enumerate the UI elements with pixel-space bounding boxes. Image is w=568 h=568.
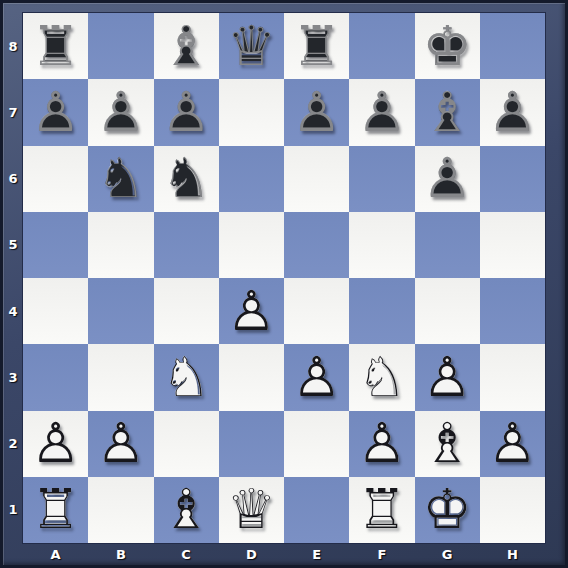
white-pawn[interactable] <box>480 411 545 477</box>
white-rook[interactable] <box>349 477 414 543</box>
square-g2[interactable] <box>415 411 480 477</box>
white-queen[interactable] <box>219 477 284 543</box>
square-c6[interactable] <box>154 146 219 212</box>
square-a8[interactable] <box>23 13 88 79</box>
white-pawn[interactable] <box>88 411 153 477</box>
white-pawn[interactable] <box>415 344 480 410</box>
square-h2[interactable] <box>480 411 545 477</box>
black-pawn[interactable] <box>349 79 414 145</box>
black-pawn[interactable] <box>88 79 153 145</box>
square-a7[interactable] <box>23 79 88 145</box>
file-label-f: F <box>349 543 414 565</box>
rank-label-1: 1 <box>3 477 23 543</box>
square-b3[interactable] <box>88 344 153 410</box>
square-d2[interactable] <box>219 411 284 477</box>
square-c4[interactable] <box>154 278 219 344</box>
square-g7[interactable] <box>415 79 480 145</box>
file-label-d: D <box>219 543 284 565</box>
square-d4[interactable] <box>219 278 284 344</box>
black-knight[interactable] <box>154 146 219 212</box>
square-g5[interactable] <box>415 212 480 278</box>
white-knight[interactable] <box>349 344 414 410</box>
file-label-h: H <box>480 543 545 565</box>
black-pawn[interactable] <box>480 79 545 145</box>
black-queen[interactable] <box>219 13 284 79</box>
square-e6[interactable] <box>284 146 349 212</box>
black-king[interactable] <box>415 13 480 79</box>
square-d8[interactable] <box>219 13 284 79</box>
black-pawn[interactable] <box>23 79 88 145</box>
square-g3[interactable] <box>415 344 480 410</box>
square-b4[interactable] <box>88 278 153 344</box>
square-h5[interactable] <box>480 212 545 278</box>
square-h4[interactable] <box>480 278 545 344</box>
rank-label-4: 4 <box>3 278 23 344</box>
chess-board-frame: 87654321 ABCDEFGH <box>0 0 568 568</box>
square-f5[interactable] <box>349 212 414 278</box>
rank-label-8: 8 <box>3 13 23 79</box>
square-f4[interactable] <box>349 278 414 344</box>
rank-label-3: 3 <box>3 344 23 410</box>
square-h1[interactable] <box>480 477 545 543</box>
white-pawn[interactable] <box>349 411 414 477</box>
square-b1[interactable] <box>88 477 153 543</box>
square-h6[interactable] <box>480 146 545 212</box>
square-f1[interactable] <box>349 477 414 543</box>
rank-label-6: 6 <box>3 146 23 212</box>
file-label-c: C <box>154 543 219 565</box>
white-bishop[interactable] <box>154 477 219 543</box>
black-rook[interactable] <box>284 13 349 79</box>
white-pawn[interactable] <box>23 411 88 477</box>
black-pawn[interactable] <box>154 79 219 145</box>
square-f6[interactable] <box>349 146 414 212</box>
square-b5[interactable] <box>88 212 153 278</box>
square-d7[interactable] <box>219 79 284 145</box>
white-king[interactable] <box>415 477 480 543</box>
square-e8[interactable] <box>284 13 349 79</box>
white-knight[interactable] <box>154 344 219 410</box>
square-b7[interactable] <box>88 79 153 145</box>
square-a5[interactable] <box>23 212 88 278</box>
square-f8[interactable] <box>349 13 414 79</box>
square-b2[interactable] <box>88 411 153 477</box>
square-h3[interactable] <box>480 344 545 410</box>
square-g6[interactable] <box>415 146 480 212</box>
chess-board <box>23 13 545 543</box>
file-labels: ABCDEFGH <box>23 543 545 565</box>
square-e2[interactable] <box>284 411 349 477</box>
square-c1[interactable] <box>154 477 219 543</box>
file-label-a: A <box>23 543 88 565</box>
square-e7[interactable] <box>284 79 349 145</box>
file-label-b: B <box>88 543 153 565</box>
white-pawn[interactable] <box>219 278 284 344</box>
square-g8[interactable] <box>415 13 480 79</box>
square-b6[interactable] <box>88 146 153 212</box>
black-knight[interactable] <box>88 146 153 212</box>
square-h8[interactable] <box>480 13 545 79</box>
rank-label-5: 5 <box>3 212 23 278</box>
black-pawn[interactable] <box>284 79 349 145</box>
square-c7[interactable] <box>154 79 219 145</box>
rank-labels: 87654321 <box>3 13 23 543</box>
square-a1[interactable] <box>23 477 88 543</box>
black-pawn[interactable] <box>415 146 480 212</box>
square-e4[interactable] <box>284 278 349 344</box>
square-d1[interactable] <box>219 477 284 543</box>
square-b8[interactable] <box>88 13 153 79</box>
square-a3[interactable] <box>23 344 88 410</box>
file-label-g: G <box>415 543 480 565</box>
square-c8[interactable] <box>154 13 219 79</box>
square-g4[interactable] <box>415 278 480 344</box>
black-bishop[interactable] <box>415 79 480 145</box>
rank-label-2: 2 <box>3 411 23 477</box>
black-bishop[interactable] <box>154 13 219 79</box>
white-rook[interactable] <box>23 477 88 543</box>
black-rook[interactable] <box>23 13 88 79</box>
square-c2[interactable] <box>154 411 219 477</box>
square-c3[interactable] <box>154 344 219 410</box>
square-f3[interactable] <box>349 344 414 410</box>
square-e5[interactable] <box>284 212 349 278</box>
square-g1[interactable] <box>415 477 480 543</box>
square-e1[interactable] <box>284 477 349 543</box>
square-c5[interactable] <box>154 212 219 278</box>
square-e3[interactable] <box>284 344 349 410</box>
square-h7[interactable] <box>480 79 545 145</box>
white-bishop[interactable] <box>415 411 480 477</box>
square-a4[interactable] <box>23 278 88 344</box>
square-f7[interactable] <box>349 79 414 145</box>
square-f2[interactable] <box>349 411 414 477</box>
file-label-e: E <box>284 543 349 565</box>
rank-label-7: 7 <box>3 79 23 145</box>
white-pawn[interactable] <box>284 344 349 410</box>
square-a2[interactable] <box>23 411 88 477</box>
square-d3[interactable] <box>219 344 284 410</box>
square-d5[interactable] <box>219 212 284 278</box>
square-a6[interactable] <box>23 146 88 212</box>
square-d6[interactable] <box>219 146 284 212</box>
